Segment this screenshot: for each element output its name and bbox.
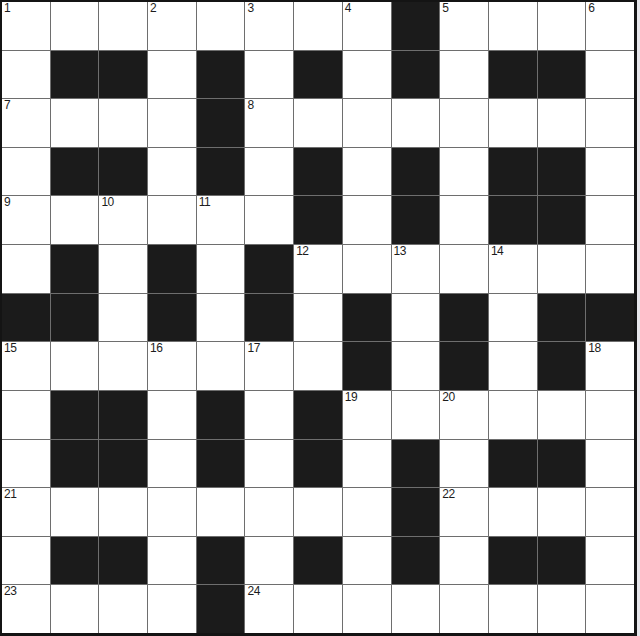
- white-cell-r4c7[interactable]: [343, 196, 391, 244]
- white-cell-r9c5[interactable]: [245, 440, 293, 488]
- white-cell-r1c0[interactable]: [2, 51, 50, 99]
- white-cell-r5c0[interactable]: [2, 245, 50, 293]
- clue-number-5: 5: [442, 2, 448, 15]
- black-cell-r4c11: [538, 196, 586, 244]
- white-cell-r12c3[interactable]: [148, 585, 196, 633]
- black-cell-r9c8: [392, 440, 440, 488]
- white-cell-r0c1[interactable]: [51, 2, 99, 50]
- black-cell-r3c1: [51, 148, 99, 196]
- clue-number-10: 10: [101, 196, 113, 209]
- white-cell-r8c10[interactable]: [489, 391, 537, 439]
- black-cell-r6c5: [245, 294, 293, 342]
- black-cell-r9c4: [197, 440, 245, 488]
- clue-number-19: 19: [345, 391, 357, 404]
- clue-number-13: 13: [394, 245, 406, 258]
- black-cell-r3c2: [99, 148, 147, 196]
- white-cell-r1c5[interactable]: [245, 51, 293, 99]
- white-cell-r7c5[interactable]: 17: [245, 342, 293, 390]
- white-cell-r8c7[interactable]: 19: [343, 391, 391, 439]
- black-cell-r1c4: [197, 51, 245, 99]
- black-cell-r6c7: [343, 294, 391, 342]
- black-cell-r6c9: [440, 294, 488, 342]
- white-cell-r5c8[interactable]: 13: [392, 245, 440, 293]
- black-cell-r8c6: [294, 391, 342, 439]
- white-cell-r6c10[interactable]: [489, 294, 537, 342]
- black-cell-r11c11: [538, 537, 586, 585]
- white-cell-r10c1[interactable]: [51, 488, 99, 536]
- white-cell-r4c2[interactable]: 10: [99, 196, 147, 244]
- white-cell-r5c2[interactable]: [99, 245, 147, 293]
- white-cell-r0c7[interactable]: 4: [343, 2, 391, 50]
- white-cell-r2c6[interactable]: [294, 99, 342, 147]
- black-cell-r1c10: [489, 51, 537, 99]
- white-cell-r7c8[interactable]: [392, 342, 440, 390]
- white-cell-r2c5[interactable]: 8: [245, 99, 293, 147]
- white-cell-r9c7[interactable]: [343, 440, 391, 488]
- white-cell-r0c6[interactable]: [294, 2, 342, 50]
- white-cell-r0c0[interactable]: 1: [2, 2, 50, 50]
- black-cell-r5c1: [51, 245, 99, 293]
- black-cell-r4c8: [392, 196, 440, 244]
- white-cell-r3c12[interactable]: [586, 148, 634, 196]
- white-cell-r7c10[interactable]: [489, 342, 537, 390]
- white-cell-r0c5[interactable]: 3: [245, 2, 293, 50]
- black-cell-r1c1: [51, 51, 99, 99]
- white-cell-r10c3[interactable]: [148, 488, 196, 536]
- white-cell-r1c12[interactable]: [586, 51, 634, 99]
- white-cell-r2c11[interactable]: [538, 99, 586, 147]
- white-cell-r7c1[interactable]: [51, 342, 99, 390]
- white-cell-r11c12[interactable]: [586, 537, 634, 585]
- black-cell-r11c4: [197, 537, 245, 585]
- white-cell-r7c2[interactable]: [99, 342, 147, 390]
- white-cell-r0c9[interactable]: 5: [440, 2, 488, 50]
- white-cell-r2c8[interactable]: [392, 99, 440, 147]
- white-cell-r4c5[interactable]: [245, 196, 293, 244]
- white-cell-r10c5[interactable]: [245, 488, 293, 536]
- clue-number-1: 1: [4, 2, 10, 15]
- white-cell-r0c4[interactable]: [197, 2, 245, 50]
- white-cell-r1c9[interactable]: [440, 51, 488, 99]
- white-cell-r7c6[interactable]: [294, 342, 342, 390]
- white-cell-r6c8[interactable]: [392, 294, 440, 342]
- black-cell-r11c10: [489, 537, 537, 585]
- crossword-board: 123456789101112131415161718192021222324: [0, 0, 637, 636]
- white-cell-r2c1[interactable]: [51, 99, 99, 147]
- white-cell-r3c0[interactable]: [2, 148, 50, 196]
- white-cell-r9c3[interactable]: [148, 440, 196, 488]
- black-cell-r9c6: [294, 440, 342, 488]
- white-cell-r9c9[interactable]: [440, 440, 488, 488]
- white-cell-r5c4[interactable]: [197, 245, 245, 293]
- white-cell-r10c0[interactable]: 21: [2, 488, 50, 536]
- black-cell-r7c11: [538, 342, 586, 390]
- white-cell-r2c2[interactable]: [99, 99, 147, 147]
- black-cell-r3c4: [197, 148, 245, 196]
- clue-number-22: 22: [442, 488, 454, 501]
- black-cell-r7c9: [440, 342, 488, 390]
- white-cell-r6c6[interactable]: [294, 294, 342, 342]
- white-cell-r7c0[interactable]: 15: [2, 342, 50, 390]
- clue-number-11: 11: [199, 196, 210, 209]
- white-cell-r12c0[interactable]: 23: [2, 585, 50, 633]
- black-cell-r4c6: [294, 196, 342, 244]
- black-cell-r9c10: [489, 440, 537, 488]
- black-cell-r5c3: [148, 245, 196, 293]
- clue-number-16: 16: [150, 342, 162, 355]
- page-background: 123456789101112131415161718192021222324: [0, 0, 640, 636]
- white-cell-r6c2[interactable]: [99, 294, 147, 342]
- clue-number-20: 20: [442, 391, 454, 404]
- black-cell-r3c10: [489, 148, 537, 196]
- black-cell-r4c10: [489, 196, 537, 244]
- black-cell-r12c4: [197, 585, 245, 633]
- black-cell-r8c2: [99, 391, 147, 439]
- black-cell-r2c4: [197, 99, 245, 147]
- black-cell-r9c1: [51, 440, 99, 488]
- white-cell-r12c12[interactable]: [586, 585, 634, 633]
- white-cell-r12c6[interactable]: [294, 585, 342, 633]
- black-cell-r11c6: [294, 537, 342, 585]
- white-cell-r2c10[interactable]: [489, 99, 537, 147]
- clue-number-2: 2: [150, 2, 156, 15]
- white-cell-r1c3[interactable]: [148, 51, 196, 99]
- white-cell-r2c3[interactable]: [148, 99, 196, 147]
- white-cell-r12c11[interactable]: [538, 585, 586, 633]
- white-cell-r4c0[interactable]: 9: [2, 196, 50, 244]
- black-cell-r11c1: [51, 537, 99, 585]
- black-cell-r11c2: [99, 537, 147, 585]
- white-cell-r1c7[interactable]: [343, 51, 391, 99]
- clue-number-7: 7: [4, 99, 10, 112]
- black-cell-r6c3: [148, 294, 196, 342]
- white-cell-r3c9[interactable]: [440, 148, 488, 196]
- white-cell-r0c3[interactable]: 2: [148, 2, 196, 50]
- black-cell-r8c4: [197, 391, 245, 439]
- clue-number-17: 17: [247, 342, 259, 355]
- black-cell-r1c8: [392, 51, 440, 99]
- white-cell-r5c11[interactable]: [538, 245, 586, 293]
- white-cell-r5c7[interactable]: [343, 245, 391, 293]
- black-cell-r0c8: [392, 2, 440, 50]
- black-cell-r9c11: [538, 440, 586, 488]
- black-cell-r10c8: [392, 488, 440, 536]
- white-cell-r4c4[interactable]: 11: [197, 196, 245, 244]
- white-cell-r2c12[interactable]: [586, 99, 634, 147]
- black-cell-r6c11: [538, 294, 586, 342]
- white-cell-r8c9[interactable]: 20: [440, 391, 488, 439]
- white-cell-r7c12[interactable]: 18: [586, 342, 634, 390]
- white-cell-r4c12[interactable]: [586, 196, 634, 244]
- white-cell-r2c0[interactable]: 7: [2, 99, 50, 147]
- clue-number-6: 6: [588, 2, 594, 15]
- black-cell-r6c0: [2, 294, 50, 342]
- white-cell-r10c7[interactable]: [343, 488, 391, 536]
- white-cell-r8c11[interactable]: [538, 391, 586, 439]
- white-cell-r12c5[interactable]: 24: [245, 585, 293, 633]
- white-cell-r0c11[interactable]: [538, 2, 586, 50]
- clue-number-18: 18: [588, 342, 600, 355]
- black-cell-r6c12: [586, 294, 634, 342]
- white-cell-r10c9[interactable]: 22: [440, 488, 488, 536]
- white-cell-r11c3[interactable]: [148, 537, 196, 585]
- black-cell-r3c11: [538, 148, 586, 196]
- white-cell-r0c12[interactable]: 6: [586, 2, 634, 50]
- black-cell-r1c6: [294, 51, 342, 99]
- clue-number-8: 8: [247, 99, 253, 112]
- white-cell-r9c0[interactable]: [2, 440, 50, 488]
- black-cell-r3c6: [294, 148, 342, 196]
- white-cell-r4c9[interactable]: [440, 196, 488, 244]
- clue-number-24: 24: [247, 585, 259, 598]
- white-cell-r12c9[interactable]: [440, 585, 488, 633]
- clue-number-15: 15: [4, 342, 16, 355]
- white-cell-r3c3[interactable]: [148, 148, 196, 196]
- black-cell-r7c7: [343, 342, 391, 390]
- white-cell-r8c3[interactable]: [148, 391, 196, 439]
- white-cell-r12c10[interactable]: [489, 585, 537, 633]
- white-cell-r2c7[interactable]: [343, 99, 391, 147]
- white-cell-r4c1[interactable]: [51, 196, 99, 244]
- white-cell-r11c5[interactable]: [245, 537, 293, 585]
- white-cell-r9c12[interactable]: [586, 440, 634, 488]
- white-cell-r12c7[interactable]: [343, 585, 391, 633]
- white-cell-r10c12[interactable]: [586, 488, 634, 536]
- white-cell-r8c8[interactable]: [392, 391, 440, 439]
- black-cell-r5c5: [245, 245, 293, 293]
- white-cell-r12c8[interactable]: [392, 585, 440, 633]
- white-cell-r5c6[interactable]: 12: [294, 245, 342, 293]
- white-cell-r3c7[interactable]: [343, 148, 391, 196]
- clue-number-12: 12: [296, 245, 308, 258]
- white-cell-r0c2[interactable]: [99, 2, 147, 50]
- black-cell-r3c8: [392, 148, 440, 196]
- white-cell-r8c5[interactable]: [245, 391, 293, 439]
- white-cell-r8c12[interactable]: [586, 391, 634, 439]
- white-cell-r0c10[interactable]: [489, 2, 537, 50]
- white-cell-r11c0[interactable]: [2, 537, 50, 585]
- black-cell-r1c2: [99, 51, 147, 99]
- white-cell-r10c2[interactable]: [99, 488, 147, 536]
- white-cell-r7c4[interactable]: [197, 342, 245, 390]
- black-cell-r11c8: [392, 537, 440, 585]
- white-cell-r4c3[interactable]: [148, 196, 196, 244]
- black-cell-r6c1: [51, 294, 99, 342]
- white-cell-r10c11[interactable]: [538, 488, 586, 536]
- white-cell-r10c4[interactable]: [197, 488, 245, 536]
- clue-number-9: 9: [4, 196, 10, 209]
- white-cell-r8c0[interactable]: [2, 391, 50, 439]
- white-cell-r5c10[interactable]: 14: [489, 245, 537, 293]
- clue-number-23: 23: [4, 585, 16, 598]
- white-cell-r10c10[interactable]: [489, 488, 537, 536]
- clue-number-21: 21: [4, 488, 16, 501]
- white-cell-r6c4[interactable]: [197, 294, 245, 342]
- clue-number-3: 3: [247, 2, 253, 15]
- black-cell-r9c2: [99, 440, 147, 488]
- white-cell-r12c2[interactable]: [99, 585, 147, 633]
- clue-number-4: 4: [345, 2, 351, 15]
- black-cell-r1c11: [538, 51, 586, 99]
- white-cell-r10c6[interactable]: [294, 488, 342, 536]
- white-cell-r3c5[interactable]: [245, 148, 293, 196]
- clue-number-14: 14: [491, 245, 503, 258]
- white-cell-r7c3[interactable]: 16: [148, 342, 196, 390]
- white-cell-r12c1[interactable]: [51, 585, 99, 633]
- white-cell-r5c9[interactable]: [440, 245, 488, 293]
- white-cell-r11c9[interactable]: [440, 537, 488, 585]
- black-cell-r8c1: [51, 391, 99, 439]
- white-cell-r5c12[interactable]: [586, 245, 634, 293]
- white-cell-r11c7[interactable]: [343, 537, 391, 585]
- white-cell-r2c9[interactable]: [440, 99, 488, 147]
